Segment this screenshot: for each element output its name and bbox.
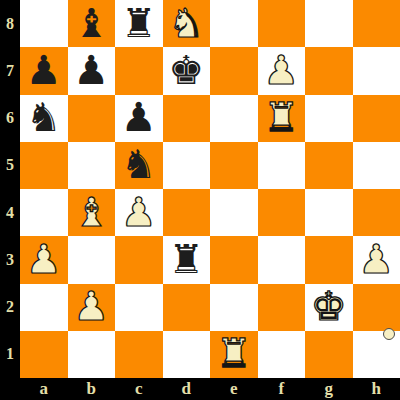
file-label-b: b [68, 378, 116, 400]
rank-label-2: 2 [0, 284, 20, 331]
white-pawn-piece[interactable]: ♟ [358, 239, 394, 279]
square-d2[interactable] [163, 284, 211, 331]
square-d5[interactable] [163, 142, 211, 189]
square-g8[interactable] [305, 0, 353, 47]
file-labels-row: abcdefgh [20, 378, 400, 400]
square-e2[interactable] [210, 284, 258, 331]
square-b1[interactable] [68, 331, 116, 378]
square-a4[interactable] [20, 189, 68, 236]
white-pawn-piece[interactable]: ♟ [121, 192, 157, 232]
black-king-piece[interactable]: ♚ [168, 50, 204, 90]
square-f2[interactable] [258, 284, 306, 331]
file-label-e: e [210, 378, 258, 400]
square-h8[interactable] [353, 0, 400, 47]
square-d4[interactable] [163, 189, 211, 236]
square-g5[interactable] [305, 142, 353, 189]
square-b2[interactable]: ♟ [68, 284, 116, 331]
square-d1[interactable] [163, 331, 211, 378]
chess-board: ♝♜♞♟♟♚♟♞♟♜♞♝♟♟♜♟♟♚♜ [20, 0, 400, 378]
square-c4[interactable]: ♟ [115, 189, 163, 236]
square-b3[interactable] [68, 236, 116, 283]
rank-label-1: 1 [0, 331, 20, 378]
square-h6[interactable] [353, 95, 400, 142]
square-f5[interactable] [258, 142, 306, 189]
rank-label-6: 6 [0, 95, 20, 142]
square-b8[interactable]: ♝ [68, 0, 116, 47]
square-b6[interactable] [68, 95, 116, 142]
black-knight-piece[interactable]: ♞ [26, 97, 62, 137]
square-e1[interactable]: ♜ [210, 331, 258, 378]
square-g4[interactable] [305, 189, 353, 236]
file-label-f: f [258, 378, 306, 400]
white-to-move-indicator [383, 328, 395, 340]
black-bishop-piece[interactable]: ♝ [73, 3, 109, 43]
file-label-a: a [20, 378, 68, 400]
square-c2[interactable] [115, 284, 163, 331]
square-h2[interactable] [353, 284, 400, 331]
square-d8[interactable]: ♞ [163, 0, 211, 47]
white-rook-piece[interactable]: ♜ [216, 333, 252, 373]
square-a7[interactable]: ♟ [20, 47, 68, 94]
white-bishop-piece[interactable]: ♝ [73, 192, 109, 232]
square-a3[interactable]: ♟ [20, 236, 68, 283]
square-c1[interactable] [115, 331, 163, 378]
white-rook-piece[interactable]: ♜ [263, 97, 299, 137]
square-c7[interactable] [115, 47, 163, 94]
rank-label-8: 8 [0, 0, 20, 47]
square-h7[interactable] [353, 47, 400, 94]
black-pawn-piece[interactable]: ♟ [73, 50, 109, 90]
rank-label-5: 5 [0, 142, 20, 189]
square-e8[interactable] [210, 0, 258, 47]
square-b7[interactable]: ♟ [68, 47, 116, 94]
square-h3[interactable]: ♟ [353, 236, 400, 283]
rank-label-4: 4 [0, 189, 20, 236]
square-a1[interactable] [20, 331, 68, 378]
file-label-c: c [115, 378, 163, 400]
square-g6[interactable] [305, 95, 353, 142]
black-pawn-piece[interactable]: ♟ [26, 50, 62, 90]
black-rook-piece[interactable]: ♜ [168, 239, 204, 279]
square-g2[interactable]: ♚ [305, 284, 353, 331]
white-pawn-piece[interactable]: ♟ [26, 239, 62, 279]
square-f7[interactable]: ♟ [258, 47, 306, 94]
file-label-g: g [305, 378, 353, 400]
square-b4[interactable]: ♝ [68, 189, 116, 236]
square-g3[interactable] [305, 236, 353, 283]
square-e3[interactable] [210, 236, 258, 283]
square-e4[interactable] [210, 189, 258, 236]
chess-diagram: 87654321 ♝♜♞♟♟♚♟♞♟♜♞♝♟♟♜♟♟♚♜ abcdefgh [0, 0, 400, 400]
square-a2[interactable] [20, 284, 68, 331]
square-h5[interactable] [353, 142, 400, 189]
square-g7[interactable] [305, 47, 353, 94]
square-f4[interactable] [258, 189, 306, 236]
square-c6[interactable]: ♟ [115, 95, 163, 142]
black-knight-piece[interactable]: ♞ [121, 144, 157, 184]
white-knight-piece[interactable]: ♞ [168, 3, 204, 43]
square-d7[interactable]: ♚ [163, 47, 211, 94]
square-a8[interactable] [20, 0, 68, 47]
square-d3[interactable]: ♜ [163, 236, 211, 283]
square-a5[interactable] [20, 142, 68, 189]
square-c8[interactable]: ♜ [115, 0, 163, 47]
white-pawn-piece[interactable]: ♟ [263, 50, 299, 90]
rank-label-7: 7 [0, 47, 20, 94]
white-pawn-piece[interactable]: ♟ [73, 286, 109, 326]
black-rook-piece[interactable]: ♜ [121, 3, 157, 43]
square-d6[interactable] [163, 95, 211, 142]
square-a6[interactable]: ♞ [20, 95, 68, 142]
square-e7[interactable] [210, 47, 258, 94]
square-e6[interactable] [210, 95, 258, 142]
file-label-d: d [163, 378, 211, 400]
square-e5[interactable] [210, 142, 258, 189]
white-king-piece[interactable]: ♚ [311, 286, 347, 326]
black-pawn-piece[interactable]: ♟ [121, 97, 157, 137]
rank-labels-column: 87654321 [0, 0, 20, 378]
square-f6[interactable]: ♜ [258, 95, 306, 142]
square-c5[interactable]: ♞ [115, 142, 163, 189]
square-h4[interactable] [353, 189, 400, 236]
square-b5[interactable] [68, 142, 116, 189]
rank-label-3: 3 [0, 236, 20, 283]
square-f1[interactable] [258, 331, 306, 378]
file-label-h: h [353, 378, 400, 400]
square-f8[interactable] [258, 0, 306, 47]
square-g1[interactable] [305, 331, 353, 378]
square-f3[interactable] [258, 236, 306, 283]
square-c3[interactable] [115, 236, 163, 283]
